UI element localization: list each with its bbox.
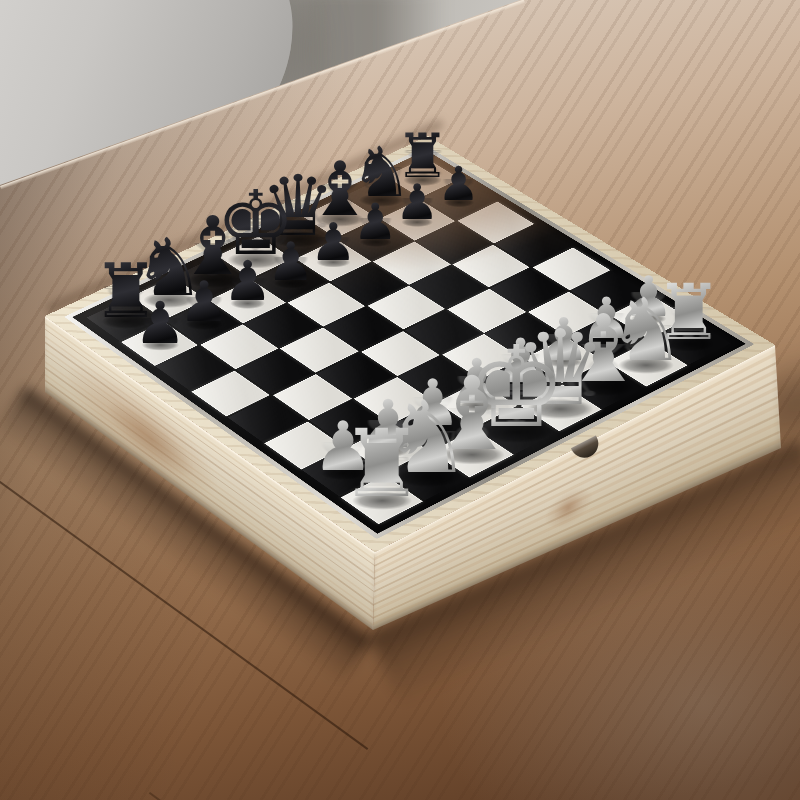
piece-black-pawn-b7[interactable]: ♟: [395, 178, 439, 227]
piece-black-pawn-h7[interactable]: ♟: [134, 294, 186, 352]
piece-black-pawn-d7[interactable]: ♟: [310, 216, 357, 268]
piece-black-pawn-e7[interactable]: ♟: [267, 236, 315, 289]
pieces-layer: ♜♜♞♞♝♝♛♛♚♚♝♝♞♞♜♜♟♟♟♟♟♟♟♟♟♟♟♟♟♟♟♟♟♟♟♟♟♟♟♟…: [0, 0, 800, 800]
piece-black-pawn-c7[interactable]: ♟: [353, 197, 398, 247]
scene: ♜♜♞♞♝♝♛♛♚♚♝♝♞♞♜♜♟♟♟♟♟♟♟♟♟♟♟♟♟♟♟♟♟♟♟♟♟♟♟♟…: [0, 0, 800, 800]
piece-white-rook-h1[interactable]: ♜: [340, 417, 424, 511]
piece-black-pawn-g7[interactable]: ♟: [179, 275, 229, 331]
piece-black-pawn-f7[interactable]: ♟: [223, 255, 272, 310]
piece-black-pawn-a7[interactable]: ♟: [438, 160, 480, 207]
